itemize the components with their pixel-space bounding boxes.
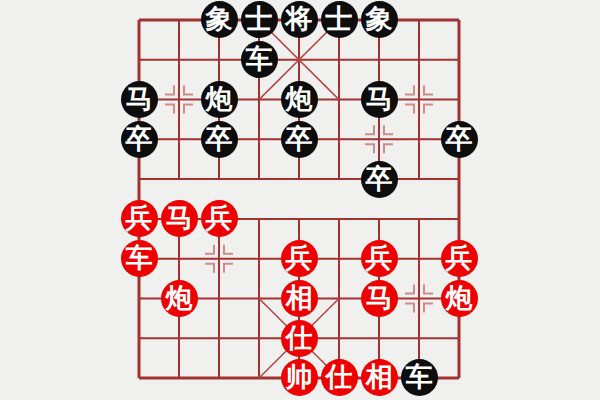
black-advisor[interactable]: 士 [241,1,278,38]
red-cannon[interactable]: 炮 [161,280,198,317]
black-chariot[interactable]: 车 [401,359,438,396]
black-soldier[interactable]: 卒 [201,121,238,158]
pieces-layer[interactable]: 象士将士象车马炮炮马卒卒卒卒卒兵马兵车兵兵兵炮相马炮仕帅仕相车 [119,0,479,398]
black-chariot[interactable]: 车 [241,41,278,78]
red-general[interactable]: 帅 [281,359,318,396]
red-advisor[interactable]: 仕 [321,359,358,396]
red-horse[interactable]: 马 [361,280,398,317]
black-soldier[interactable]: 卒 [121,121,158,158]
red-cannon[interactable]: 炮 [441,280,478,317]
black-horse[interactable]: 马 [121,81,158,118]
black-soldier[interactable]: 卒 [281,121,318,158]
black-advisor[interactable]: 士 [321,1,358,38]
xiangqi-board: 象士将士象车马炮炮马卒卒卒卒卒兵马兵车兵兵兵炮相马炮仕帅仕相车 [0,0,600,400]
red-advisor[interactable]: 仕 [281,320,318,357]
red-chariot[interactable]: 车 [121,240,158,277]
red-soldier[interactable]: 兵 [281,240,318,277]
red-soldier[interactable]: 兵 [201,200,238,237]
black-soldier[interactable]: 卒 [441,121,478,158]
red-elephant[interactable]: 相 [281,280,318,317]
red-horse[interactable]: 马 [161,200,198,237]
black-cannon[interactable]: 炮 [281,81,318,118]
red-soldier[interactable]: 兵 [361,240,398,277]
black-general[interactable]: 将 [281,1,318,38]
black-soldier[interactable]: 卒 [361,161,398,198]
red-elephant[interactable]: 相 [361,359,398,396]
black-cannon[interactable]: 炮 [201,81,238,118]
black-elephant[interactable]: 象 [361,1,398,38]
red-soldier[interactable]: 兵 [441,240,478,277]
red-soldier[interactable]: 兵 [121,200,158,237]
black-elephant[interactable]: 象 [201,1,238,38]
black-horse[interactable]: 马 [361,81,398,118]
